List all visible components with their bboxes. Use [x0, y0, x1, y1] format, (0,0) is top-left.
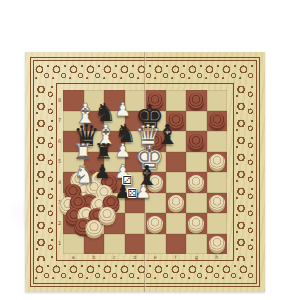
pile-checker-cream[interactable] — [86, 220, 103, 236]
coordinate-label: 6 — [56, 131, 63, 152]
coordinate-label: 5 — [56, 152, 63, 173]
white-pawn[interactable]: ♟ — [114, 141, 131, 160]
product-photo-scene: 87654321 abcdefgh ♝♞♟♚♛♝♞♛♝♜♜♟♚♞♟♟♝♟♟⚂⚄ — [0, 0, 300, 300]
coordinate-label: 4 — [56, 172, 63, 193]
coordinate-label: 2 — [56, 213, 63, 234]
coordinate-label: b — [84, 254, 105, 260]
coordinate-label: 8 — [56, 90, 63, 111]
die-3[interactable]: ⚂ — [122, 175, 132, 185]
coordinate-label: a — [63, 254, 84, 260]
coordinate-label: h — [207, 254, 228, 260]
ornament-scroll-border-right — [234, 83, 256, 261]
white-pawn[interactable]: ♟ — [135, 182, 152, 201]
coordinate-label: d — [125, 254, 146, 260]
coordinate-label: g — [186, 254, 207, 260]
die-5[interactable]: ⚄ — [127, 188, 137, 198]
white-knight[interactable]: ♞ — [73, 162, 95, 187]
ornament-scroll-border-left — [34, 83, 56, 261]
coordinate-label: f — [166, 254, 187, 260]
coordinate-label: 1 — [56, 234, 63, 255]
rank-labels: 87654321 — [56, 90, 63, 254]
piece-layer: ♝♞♟♚♛♝♞♛♝♜♜♟♚♞♟♟♝♟♟⚂⚄ — [63, 90, 227, 254]
game-board: 87654321 abcdefgh ♝♞♟♚♛♝♞♛♝♜♜♟♚♞♟♟♝♟♟⚂⚄ — [25, 52, 265, 292]
white-pawn[interactable]: ♟ — [114, 100, 131, 119]
coordinate-label: e — [145, 254, 166, 260]
coordinate-label: 7 — [56, 111, 63, 132]
coordinate-label: c — [104, 254, 125, 260]
black-pawn[interactable]: ♟ — [94, 162, 111, 181]
pile-checker-cream[interactable] — [99, 207, 116, 223]
